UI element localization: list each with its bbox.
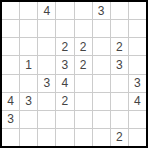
empty-cell[interactable] xyxy=(38,111,55,128)
empty-cell[interactable] xyxy=(2,129,19,146)
empty-cell[interactable] xyxy=(111,75,128,92)
empty-cell[interactable] xyxy=(20,129,37,146)
empty-cell[interactable] xyxy=(2,75,19,92)
empty-cell[interactable] xyxy=(38,38,55,55)
empty-cell[interactable] xyxy=(2,38,19,55)
clue-cell: 3 xyxy=(129,75,146,92)
empty-cell[interactable] xyxy=(129,111,146,128)
clue-cell: 3 xyxy=(20,93,37,110)
empty-cell[interactable] xyxy=(93,75,110,92)
empty-cell[interactable] xyxy=(93,38,110,55)
clue-cell: 3 xyxy=(56,56,73,73)
clue-cell: 3 xyxy=(2,111,19,128)
empty-cell[interactable] xyxy=(75,2,92,19)
empty-cell[interactable] xyxy=(38,93,55,110)
clue-cell: 4 xyxy=(2,93,19,110)
empty-cell[interactable] xyxy=(93,129,110,146)
empty-cell[interactable] xyxy=(93,20,110,37)
empty-cell[interactable] xyxy=(20,111,37,128)
empty-cell[interactable] xyxy=(2,20,19,37)
empty-cell[interactable] xyxy=(38,20,55,37)
clue-cell: 1 xyxy=(20,56,37,73)
empty-cell[interactable] xyxy=(111,2,128,19)
clue-cell: 2 xyxy=(111,38,128,55)
empty-cell[interactable] xyxy=(93,93,110,110)
clue-cell: 4 xyxy=(129,93,146,110)
clue-cell: 2 xyxy=(75,38,92,55)
empty-cell[interactable] xyxy=(111,111,128,128)
empty-cell[interactable] xyxy=(56,20,73,37)
empty-cell[interactable] xyxy=(93,56,110,73)
empty-cell[interactable] xyxy=(20,38,37,55)
minesweeper-board: 432221323343432432 xyxy=(0,0,148,148)
empty-cell[interactable] xyxy=(129,20,146,37)
empty-cell[interactable] xyxy=(129,129,146,146)
empty-cell[interactable] xyxy=(56,129,73,146)
empty-cell[interactable] xyxy=(20,75,37,92)
empty-cell[interactable] xyxy=(75,93,92,110)
clue-cell: 2 xyxy=(56,38,73,55)
empty-cell[interactable] xyxy=(2,56,19,73)
clue-cell: 3 xyxy=(93,2,110,19)
empty-cell[interactable] xyxy=(93,111,110,128)
empty-cell[interactable] xyxy=(111,93,128,110)
empty-cell[interactable] xyxy=(75,20,92,37)
clue-cell: 4 xyxy=(56,75,73,92)
empty-cell[interactable] xyxy=(75,75,92,92)
empty-cell[interactable] xyxy=(75,129,92,146)
empty-cell[interactable] xyxy=(56,2,73,19)
empty-cell[interactable] xyxy=(111,20,128,37)
clue-cell: 2 xyxy=(56,93,73,110)
clue-cell: 2 xyxy=(111,129,128,146)
empty-cell[interactable] xyxy=(56,111,73,128)
empty-cell[interactable] xyxy=(2,2,19,19)
empty-cell[interactable] xyxy=(129,2,146,19)
empty-cell[interactable] xyxy=(129,38,146,55)
empty-cell[interactable] xyxy=(20,2,37,19)
empty-cell[interactable] xyxy=(38,56,55,73)
clue-cell: 3 xyxy=(38,75,55,92)
empty-cell[interactable] xyxy=(20,20,37,37)
clue-cell: 4 xyxy=(38,2,55,19)
clue-cell: 3 xyxy=(111,56,128,73)
clue-cell: 2 xyxy=(75,56,92,73)
empty-cell[interactable] xyxy=(129,56,146,73)
empty-cell[interactable] xyxy=(75,111,92,128)
empty-cell[interactable] xyxy=(38,129,55,146)
